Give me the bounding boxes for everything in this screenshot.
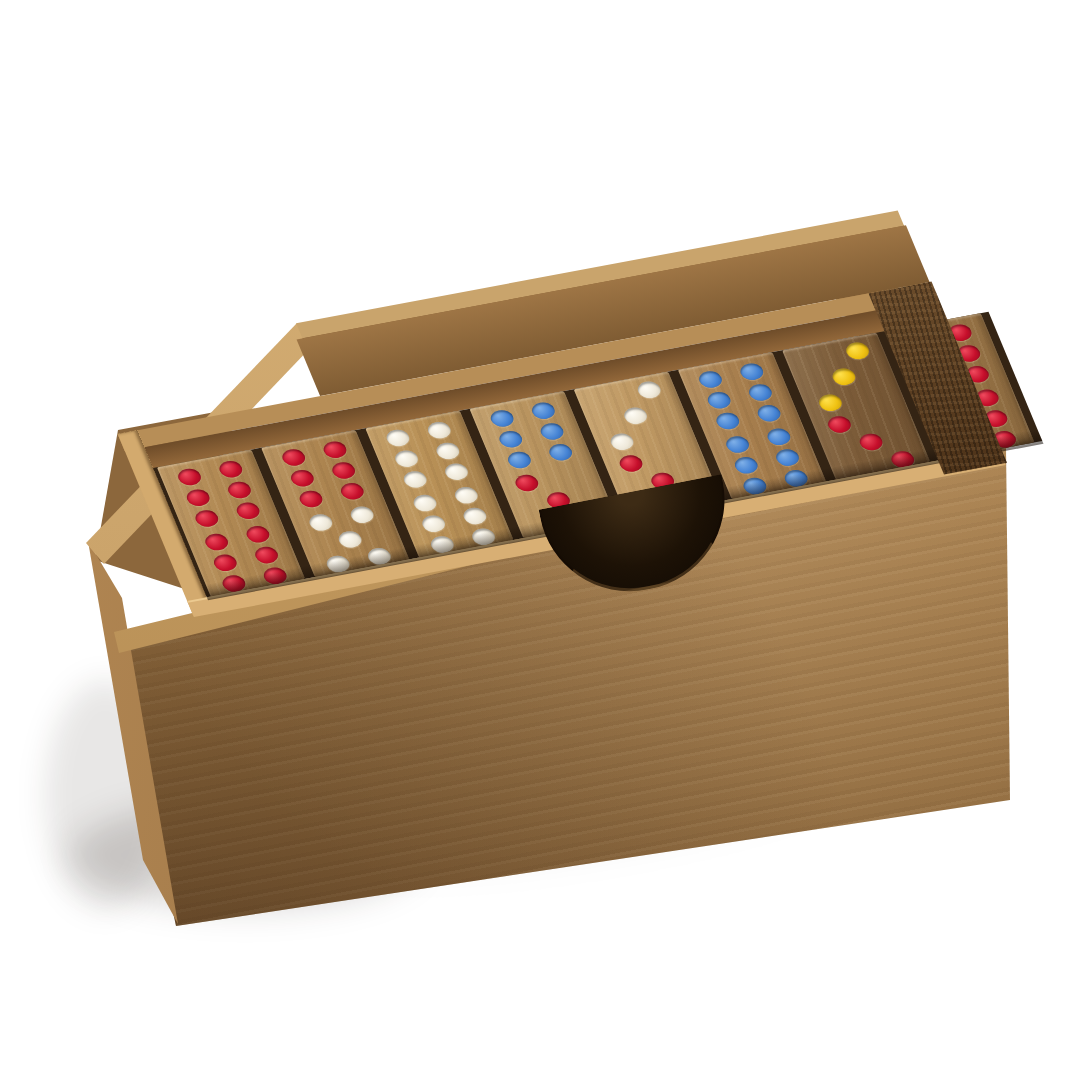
- pip-white: [384, 428, 412, 448]
- pip-red: [288, 468, 316, 488]
- pip-white: [411, 493, 439, 513]
- pip-red: [321, 440, 349, 460]
- pip-red: [617, 453, 645, 473]
- pip-red: [244, 524, 272, 544]
- pip-red: [225, 480, 253, 500]
- pip-blue: [488, 408, 516, 428]
- pip-white: [401, 469, 429, 489]
- pip-blue: [714, 411, 742, 431]
- pip-white: [461, 506, 489, 526]
- product-photo-stage: [0, 0, 1080, 1080]
- pip-yellow: [816, 393, 844, 413]
- pip-red: [217, 459, 245, 479]
- pip-white: [434, 441, 462, 461]
- pip-red: [338, 481, 366, 501]
- pip-blue: [765, 427, 793, 447]
- pip-red: [203, 532, 231, 552]
- pip-red: [330, 460, 358, 480]
- pip-red: [857, 432, 885, 452]
- pip-blue: [529, 401, 557, 421]
- pip-white: [442, 462, 470, 482]
- pip-white: [307, 513, 335, 533]
- pip-blue: [547, 442, 575, 462]
- pip-white: [425, 420, 453, 440]
- pip-blue: [705, 390, 733, 410]
- pip-red: [193, 508, 221, 528]
- pip-yellow: [830, 367, 858, 387]
- pip-blue: [773, 448, 801, 468]
- pip-white: [348, 505, 376, 525]
- pip-white: [452, 485, 480, 505]
- pip-blue: [723, 435, 751, 455]
- pip-red: [280, 447, 308, 467]
- pip-blue: [738, 362, 766, 382]
- pip-red: [825, 414, 853, 434]
- pip-blue: [746, 382, 774, 402]
- pip-blue: [538, 421, 566, 441]
- pip-red: [175, 467, 203, 487]
- pip-red: [297, 489, 325, 509]
- pip-blue: [696, 369, 724, 389]
- pip-red: [211, 553, 239, 573]
- pip-white: [635, 380, 663, 400]
- pip-white: [336, 529, 364, 549]
- pip-red: [184, 488, 212, 508]
- pip-white: [608, 432, 636, 452]
- pip-white: [420, 514, 448, 534]
- pip-yellow: [843, 341, 871, 361]
- pip-red: [252, 545, 280, 565]
- pip-blue: [505, 450, 533, 470]
- pip-white: [621, 406, 649, 426]
- pip-red: [513, 473, 541, 493]
- pip-red: [234, 501, 262, 521]
- pip-blue: [732, 455, 760, 475]
- pip-blue: [755, 403, 783, 423]
- pip-white: [392, 449, 420, 469]
- pip-blue: [497, 429, 525, 449]
